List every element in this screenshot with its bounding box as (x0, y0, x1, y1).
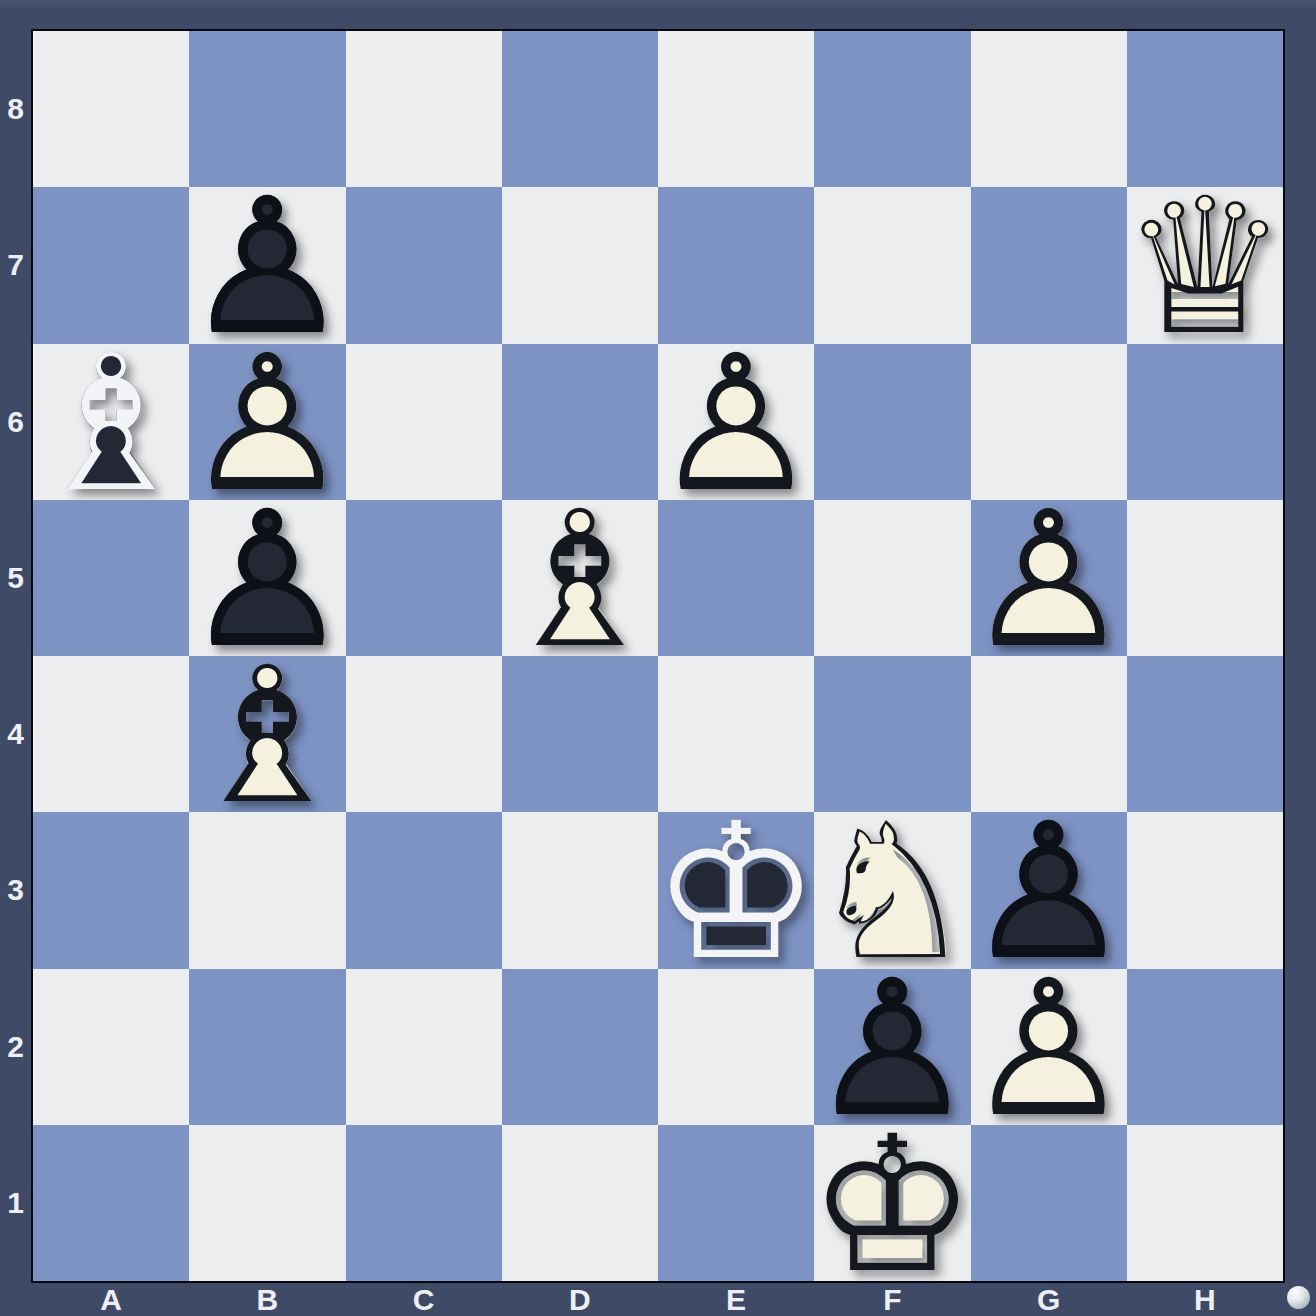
square-g3[interactable]: ♟♙ (971, 812, 1127, 968)
chess-board-frame: ♟♙♛♕♝♗♟♙♟♙♟♙♝♗♟♙♝♗♚♔♞♘♟♙♟♙♟♙♚♔ 87654321 … (0, 0, 1316, 1316)
square-e6[interactable]: ♟♙ (658, 344, 814, 500)
square-f4[interactable] (814, 656, 970, 812)
white-pawn-outline-glyph: ♙ (658, 346, 814, 502)
square-f5[interactable] (814, 500, 970, 656)
square-a3[interactable] (33, 812, 189, 968)
white-bishop[interactable]: ♝♗ (189, 656, 345, 812)
square-c7[interactable] (346, 187, 502, 343)
black-pawn[interactable]: ♟♙ (971, 812, 1127, 968)
square-c2[interactable] (346, 969, 502, 1125)
file-label-h: H (1127, 1283, 1283, 1316)
square-e7[interactable] (658, 187, 814, 343)
square-a7[interactable] (33, 187, 189, 343)
white-knight[interactable]: ♞♘ (814, 812, 970, 968)
square-d4[interactable] (502, 656, 658, 812)
rank-label-1: 1 (0, 1125, 31, 1281)
black-pawn[interactable]: ♟♙ (814, 969, 970, 1125)
square-g5[interactable]: ♟♙ (971, 500, 1127, 656)
square-f1[interactable]: ♚♔ (814, 1125, 970, 1281)
white-queen-fill-glyph: ♛ (1127, 189, 1283, 345)
rank-label-8: 8 (0, 31, 31, 187)
file-label-g: G (971, 1283, 1127, 1316)
white-pawn[interactable]: ♟♙ (971, 500, 1127, 656)
square-e2[interactable] (658, 969, 814, 1125)
square-e4[interactable] (658, 656, 814, 812)
white-bishop[interactable]: ♝♗ (502, 500, 658, 656)
rank-label-3: 3 (0, 812, 31, 968)
square-b1[interactable] (189, 1125, 345, 1281)
square-a6[interactable]: ♝♗ (33, 344, 189, 500)
white-king-outline-glyph: ♔ (814, 1127, 970, 1283)
square-h2[interactable] (1127, 969, 1283, 1125)
square-d1[interactable] (502, 1125, 658, 1281)
file-label-c: C (346, 1283, 502, 1316)
black-pawn-fill-glyph: ♟ (189, 502, 345, 658)
black-pawn-fill-glyph: ♟ (971, 814, 1127, 970)
square-g8[interactable] (971, 31, 1127, 187)
square-f8[interactable] (814, 31, 970, 187)
square-b2[interactable] (189, 969, 345, 1125)
white-knight-outline-glyph: ♘ (814, 814, 970, 970)
square-g7[interactable] (971, 187, 1127, 343)
white-pawn-fill-glyph: ♟ (658, 346, 814, 502)
black-bishop-fill-glyph: ♝ (33, 346, 189, 502)
black-pawn[interactable]: ♟♙ (189, 187, 345, 343)
square-g2[interactable]: ♟♙ (971, 969, 1127, 1125)
square-f3[interactable]: ♞♘ (814, 812, 970, 968)
black-pawn-fill-glyph: ♟ (814, 971, 970, 1127)
square-d5[interactable]: ♝♗ (502, 500, 658, 656)
square-a8[interactable] (33, 31, 189, 187)
rank-label-4: 4 (0, 656, 31, 812)
white-pawn-outline-glyph: ♙ (971, 502, 1127, 658)
black-bishop-outline-glyph: ♗ (33, 346, 189, 502)
white-pawn-fill-glyph: ♟ (971, 502, 1127, 658)
board: ♟♙♛♕♝♗♟♙♟♙♟♙♝♗♟♙♝♗♚♔♞♘♟♙♟♙♟♙♚♔ (31, 29, 1285, 1283)
black-pawn-outline-glyph: ♙ (971, 814, 1127, 970)
square-c5[interactable] (346, 500, 502, 656)
square-d7[interactable] (502, 187, 658, 343)
file-label-b: B (189, 1283, 345, 1316)
rank-label-6: 6 (0, 344, 31, 500)
square-f6[interactable] (814, 344, 970, 500)
square-e8[interactable] (658, 31, 814, 187)
white-pawn-outline-glyph: ♙ (971, 971, 1127, 1127)
square-b3[interactable] (189, 812, 345, 968)
white-king[interactable]: ♚♔ (814, 1125, 970, 1281)
white-pawn-outline-glyph: ♙ (189, 346, 345, 502)
white-queen[interactable]: ♛♕ (1127, 187, 1283, 343)
square-d6[interactable] (502, 344, 658, 500)
square-b8[interactable] (189, 31, 345, 187)
white-pawn[interactable]: ♟♙ (971, 969, 1127, 1125)
white-king-fill-glyph: ♚ (814, 1127, 970, 1283)
side-to-move-indicator (1287, 1286, 1310, 1309)
square-d3[interactable] (502, 812, 658, 968)
black-pawn-outline-glyph: ♙ (189, 189, 345, 345)
file-label-a: A (33, 1283, 189, 1316)
square-c6[interactable] (346, 344, 502, 500)
square-h7[interactable]: ♛♕ (1127, 187, 1283, 343)
square-a5[interactable] (33, 500, 189, 656)
square-h4[interactable] (1127, 656, 1283, 812)
file-label-f: F (814, 1283, 970, 1316)
square-d2[interactable] (502, 969, 658, 1125)
square-d8[interactable] (502, 31, 658, 187)
white-queen-outline-glyph: ♕ (1127, 189, 1283, 345)
square-a1[interactable] (33, 1125, 189, 1281)
square-h3[interactable] (1127, 812, 1283, 968)
square-a2[interactable] (33, 969, 189, 1125)
black-pawn-outline-glyph: ♙ (189, 502, 345, 658)
white-bishop-fill-glyph: ♝ (502, 502, 658, 658)
white-bishop-outline-glyph: ♗ (502, 502, 658, 658)
rank-label-7: 7 (0, 187, 31, 343)
square-h8[interactable] (1127, 31, 1283, 187)
square-g6[interactable] (971, 344, 1127, 500)
square-c4[interactable] (346, 656, 502, 812)
black-pawn-outline-glyph: ♙ (814, 971, 970, 1127)
black-bishop[interactable]: ♝♗ (33, 344, 189, 500)
rank-label-2: 2 (0, 969, 31, 1125)
black-king[interactable]: ♚♔ (658, 812, 814, 968)
square-b6[interactable]: ♟♙ (189, 344, 345, 500)
square-f2[interactable]: ♟♙ (814, 969, 970, 1125)
file-label-d: D (502, 1283, 658, 1316)
white-bishop-fill-glyph: ♝ (189, 658, 345, 814)
square-h5[interactable] (1127, 500, 1283, 656)
square-e3[interactable]: ♚♔ (658, 812, 814, 968)
white-pawn-fill-glyph: ♟ (971, 971, 1127, 1127)
square-c3[interactable] (346, 812, 502, 968)
white-bishop-outline-glyph: ♗ (189, 658, 345, 814)
square-c1[interactable] (346, 1125, 502, 1281)
square-b5[interactable]: ♟♙ (189, 500, 345, 656)
square-a4[interactable] (33, 656, 189, 812)
square-e5[interactable] (658, 500, 814, 656)
white-knight-fill-glyph: ♞ (814, 814, 970, 970)
black-king-fill-glyph: ♚ (658, 814, 814, 970)
file-label-e: E (658, 1283, 814, 1316)
white-pawn[interactable]: ♟♙ (658, 344, 814, 500)
square-e1[interactable] (658, 1125, 814, 1281)
square-c8[interactable] (346, 31, 502, 187)
rank-label-5: 5 (0, 500, 31, 656)
square-b7[interactable]: ♟♙ (189, 187, 345, 343)
black-king-outline-glyph: ♔ (658, 814, 814, 970)
square-g1[interactable] (971, 1125, 1127, 1281)
square-g4[interactable] (971, 656, 1127, 812)
black-pawn-fill-glyph: ♟ (189, 189, 345, 345)
square-h6[interactable] (1127, 344, 1283, 500)
square-h1[interactable] (1127, 1125, 1283, 1281)
square-b4[interactable]: ♝♗ (189, 656, 345, 812)
white-pawn[interactable]: ♟♙ (189, 344, 345, 500)
black-pawn[interactable]: ♟♙ (189, 500, 345, 656)
square-f7[interactable] (814, 187, 970, 343)
white-pawn-fill-glyph: ♟ (189, 346, 345, 502)
